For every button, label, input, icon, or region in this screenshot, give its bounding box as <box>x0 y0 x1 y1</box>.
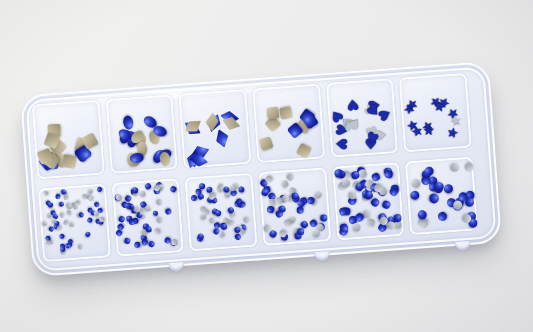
rhinestone-round-blue <box>59 202 64 207</box>
compartment-r1-c4-pillow <box>252 83 325 162</box>
rhinestone-round-blue <box>321 214 328 221</box>
rhinestone-round-blue <box>238 186 245 193</box>
rhinestone-star-blue: ★ <box>404 95 421 112</box>
rhinestone-pillow-foil-back <box>279 106 293 120</box>
rhinestone-round-blue <box>190 195 197 202</box>
rhinestone-round-foil-back <box>65 209 71 215</box>
compartment-r2-c6-round <box>405 156 478 235</box>
rhinestone-pillow-foil-back <box>259 136 274 151</box>
rhinestone-round-foil-back <box>366 219 375 228</box>
rhinestone-round-blue <box>129 219 135 225</box>
rhinestone-round-foil-back <box>242 216 250 224</box>
rhinestone-round-blue <box>394 214 402 222</box>
rhinestone-square-foil-back <box>62 154 77 169</box>
rhinestone-round-blue <box>124 237 131 244</box>
rhinestone-round-blue <box>144 182 151 189</box>
rhinestone-round-blue <box>382 200 392 210</box>
rhinestone-round-foil-back <box>280 180 288 188</box>
rhinestone-round-blue <box>267 206 275 214</box>
compartment-r2-c3-round <box>185 172 258 251</box>
rhinestone-round-blue <box>115 230 123 238</box>
rhinestone-round-blue <box>165 207 172 214</box>
rhinestone-round-foil-back <box>50 218 56 224</box>
rhinestone-storage-case: ♥♥♥♥♥♥♥♥♥♥♥♥♥♥♥★★★★★★★★★★★★ <box>20 61 502 277</box>
rhinestone-round-blue <box>370 197 381 208</box>
rhinestone-round-blue <box>55 193 60 198</box>
rhinestone-round-foil-back <box>228 221 234 227</box>
rhinestone-round-foil-back <box>275 198 282 205</box>
rhinestone-round-foil-back <box>229 185 235 191</box>
rhinestone-round-blue <box>334 168 343 177</box>
rhinestone-round-blue <box>59 233 66 240</box>
rhinestone-round-foil-back <box>145 204 152 211</box>
rhinestone-round-foil-back <box>464 161 475 172</box>
rhinestone-round-foil-back <box>156 199 164 207</box>
rhinestone-round-foil-back <box>69 221 75 227</box>
rhinestone-round-blue <box>239 201 246 208</box>
rhinestone-round-foil-back <box>203 209 209 215</box>
rhinestone-round-foil-back <box>312 229 320 237</box>
rhinestone-round-blue <box>297 207 304 214</box>
rhinestone-round-blue <box>97 207 104 214</box>
compartment-r1-c2-oval <box>105 94 178 173</box>
compartment-r1-c6-star: ★★★★★★★★★★★★ <box>399 73 472 152</box>
rhinestone-star-blue: ★ <box>446 125 460 140</box>
rhinestone-round-blue <box>148 241 155 248</box>
compartment-r2-c5-round <box>332 161 405 240</box>
compartment-r1-c1-square <box>32 100 105 179</box>
rhinestone-round-blue <box>429 194 439 204</box>
rhinestone-round-foil-back <box>351 222 360 231</box>
rhinestone-round-foil-back <box>218 230 226 238</box>
rhinestone-round-blue <box>66 241 73 248</box>
rhinestone-round-blue <box>297 229 304 236</box>
rhinestone-round-foil-back <box>139 191 145 197</box>
compartment-r1-c5-heart: ♥♥♥♥♥♥♥♥♥♥♥♥♥♥♥ <box>326 78 399 157</box>
rhinestone-round-blue <box>146 226 153 233</box>
rhinestone-round-foil-back <box>349 191 357 199</box>
lid-latch-nub <box>169 262 185 272</box>
compartment-r2-c4-round <box>258 167 331 246</box>
rhinestone-round-blue <box>437 211 447 221</box>
rhinestone-rhombus-blue <box>213 127 230 149</box>
rhinestone-round-foil-back <box>450 162 460 172</box>
compartment-grid: ♥♥♥♥♥♥♥♥♥♥♥♥♥♥♥★★★★★★★★★★★★ <box>32 73 478 263</box>
rhinestone-round-blue <box>118 215 125 222</box>
rhinestone-pillow-foil-back <box>266 106 279 119</box>
rhinestone-round-foil-back <box>363 209 372 218</box>
rhinestone-round-foil-back <box>42 220 48 226</box>
rhinestone-heart-blue: ♥ <box>346 97 360 112</box>
rhinestone-round-foil-back <box>135 206 141 212</box>
rhinestone-round-blue <box>170 186 178 194</box>
lid-latch-nub <box>455 241 471 251</box>
rhinestone-heart-blue: ♥ <box>335 138 350 151</box>
rhinestone-round-blue <box>134 242 140 248</box>
rhinestone-round-foil-back <box>43 190 49 196</box>
rhinestone-round-blue <box>307 197 314 204</box>
rhinestone-pillow-foil-back <box>296 142 312 158</box>
rhinestone-round-blue <box>85 231 92 238</box>
rhinestone-round-blue <box>86 216 93 223</box>
rhinestone-round-foil-back <box>411 178 421 188</box>
rhinestone-round-blue <box>152 210 158 216</box>
rhinestone-round-foil-back <box>63 195 68 200</box>
rhinestone-round-foil-back <box>154 228 160 234</box>
rhinestone-round-foil-back <box>171 239 177 245</box>
rhinestone-round-foil-back <box>64 221 70 227</box>
rhinestone-round-foil-back <box>78 244 85 251</box>
rhinestone-round-foil-back <box>99 216 104 221</box>
rhinestone-round-blue <box>214 209 221 216</box>
rhinestone-round-foil-back <box>286 172 295 181</box>
rhinestone-round-foil-back <box>74 199 81 206</box>
compartment-r2-c2-round <box>111 178 184 257</box>
photo-scene: ♥♥♥♥♥♥♥♥♥♥♥♥♥♥♥★★★★★★★★★★★★ <box>0 0 533 332</box>
rhinestone-round-foil-back <box>56 225 62 231</box>
rhinestone-round-foil-back <box>156 216 164 224</box>
rhinestone-round-blue <box>442 183 453 194</box>
rhinestone-round-blue <box>195 188 201 194</box>
rhinestone-round-blue <box>96 186 103 193</box>
lid-latch-nub <box>314 251 330 261</box>
compartment-r2-c1-round <box>38 183 111 262</box>
rhinestone-round-blue <box>409 190 420 201</box>
rhinestone-round-blue <box>384 170 393 179</box>
compartment-r1-c3-rhombus <box>179 89 252 168</box>
